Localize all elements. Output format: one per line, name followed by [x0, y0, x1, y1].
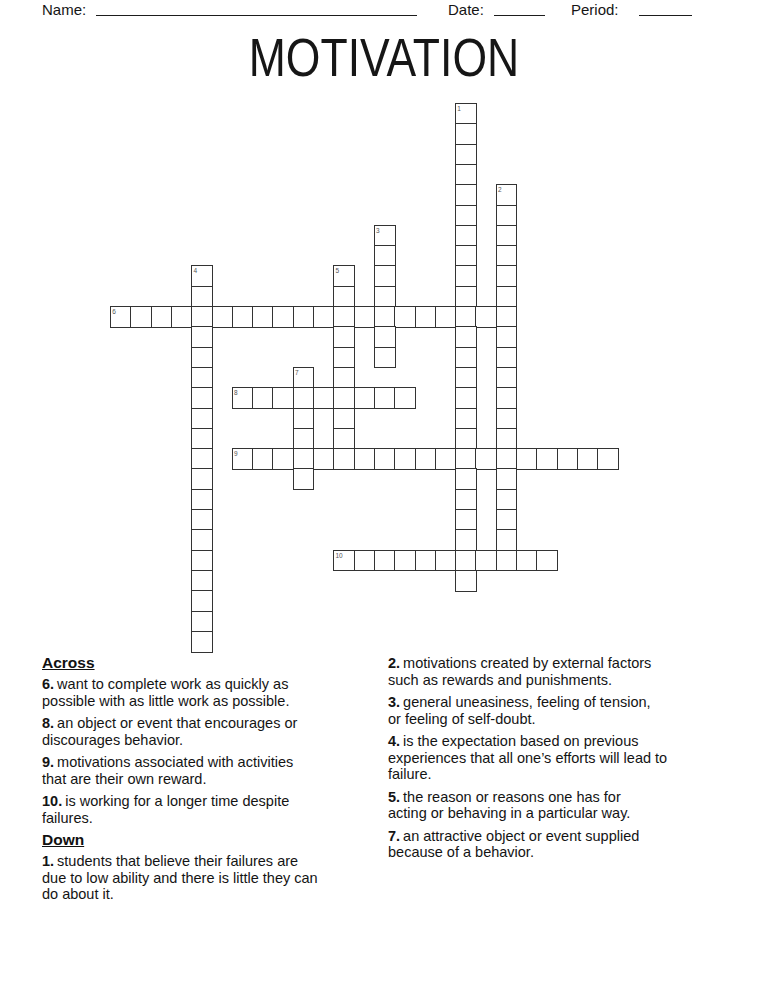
clue-number: 7.: [388, 828, 400, 844]
clue-number: 3.: [388, 694, 400, 710]
clue-across-6: 6.want to complete work as quickly as po…: [42, 676, 382, 709]
grid-cell-r13c4[interactable]: [191, 367, 213, 389]
grid-cell-r10c6[interactable]: [232, 306, 254, 328]
clue-number: 8.: [42, 715, 54, 731]
grid-cell-r17c6[interactable]: [232, 448, 254, 470]
grid-cell-r10c9[interactable]: [293, 306, 315, 328]
grid-cell-r15c17[interactable]: [455, 408, 477, 430]
grid-cell-r10c1[interactable]: [130, 306, 152, 328]
clue-text: general uneasiness, feeling of tension, …: [388, 694, 651, 727]
clue-across-8: 8.an object or event that encourages or …: [42, 715, 382, 748]
grid-cell-r17c13[interactable]: [374, 448, 396, 470]
grid-cell-r10c18[interactable]: [475, 306, 497, 328]
grid-cell-r14c4[interactable]: [191, 387, 213, 409]
grid-cell-r22c15[interactable]: [415, 550, 437, 572]
grid-cell-r18c4[interactable]: [191, 468, 213, 490]
crossword-grid: 12345678910: [110, 103, 618, 652]
clue-number: 4.: [388, 733, 400, 749]
grid-cell-r4c17[interactable]: [455, 184, 477, 206]
grid-cell-r12c13[interactable]: [374, 347, 396, 369]
grid-cell-r10c16[interactable]: [435, 306, 457, 328]
period-blank-line[interactable]: [639, 0, 692, 16]
grid-cell-r19c19[interactable]: [496, 489, 518, 511]
grid-cell-r22c13[interactable]: [374, 550, 396, 572]
grid-cell-r5c17[interactable]: [455, 205, 477, 227]
grid-cell-r7c19[interactable]: [496, 245, 518, 267]
grid-cell-r18c19[interactable]: [496, 468, 518, 490]
grid-cell-r17c24[interactable]: [597, 448, 619, 470]
grid-cell-r17c15[interactable]: [415, 448, 437, 470]
grid-cell-r22c17[interactable]: [455, 550, 477, 572]
grid-cell-r13c17[interactable]: [455, 367, 477, 389]
name-blank-line[interactable]: [96, 0, 417, 16]
grid-cell-r10c3[interactable]: [171, 306, 193, 328]
grid-cell-r10c4[interactable]: [191, 306, 213, 328]
grid-cell-r22c14[interactable]: [394, 550, 416, 572]
grid-cell-r10c19[interactable]: [496, 306, 518, 328]
grid-cell-r20c17[interactable]: [455, 509, 477, 531]
clue-text: want to complete work as quickly as poss…: [42, 676, 289, 709]
grid-cell-r16c4[interactable]: [191, 428, 213, 450]
grid-cell-r8c17[interactable]: [455, 265, 477, 287]
grid-cell-r14c7[interactable]: [252, 387, 274, 409]
grid-cell-r15c9[interactable]: [293, 408, 315, 430]
clue-down-3: 3.general uneasiness, feeling of tension…: [388, 694, 740, 727]
grid-cell-r14c14[interactable]: [394, 387, 416, 409]
grid-cell-r17c11[interactable]: [333, 448, 355, 470]
grid-cell-r22c11[interactable]: [333, 550, 355, 572]
clue-number: 9.: [42, 754, 54, 770]
grid-cell-r19c17[interactable]: [455, 489, 477, 511]
grid-cell-r14c17[interactable]: [455, 387, 477, 409]
grid-cell-r17c18[interactable]: [475, 448, 497, 470]
grid-cell-r9c17[interactable]: [455, 286, 477, 308]
grid-cell-r9c11[interactable]: [333, 286, 355, 308]
clue-text: an object or event that encourages or di…: [42, 715, 297, 748]
grid-cell-r10c0[interactable]: [110, 306, 132, 328]
clues-left-column: Across 6.want to complete work as quickl…: [42, 655, 382, 909]
grid-cell-r10c5[interactable]: [212, 306, 234, 328]
grid-cell-r22c12[interactable]: [354, 550, 376, 572]
grid-cell-r1c17[interactable]: [455, 123, 477, 145]
clues-section: Across 6.want to complete work as quickl…: [42, 655, 742, 909]
grid-cell-r12c4[interactable]: [191, 347, 213, 369]
clue-number: 5.: [388, 789, 400, 805]
grid-cell-r10c17[interactable]: [455, 306, 477, 328]
clues-right-column: 2.motivations created by external factor…: [388, 655, 740, 909]
grid-cell-r8c11[interactable]: [333, 265, 355, 287]
grid-cell-r10c11[interactable]: [333, 306, 355, 328]
clue-text: motivations created by external factors …: [388, 655, 651, 688]
grid-cell-r17c12[interactable]: [354, 448, 376, 470]
grid-cell-r10c13[interactable]: [374, 306, 396, 328]
grid-cell-r22c21[interactable]: [536, 550, 558, 572]
grid-cell-r22c4[interactable]: [191, 550, 213, 572]
grid-cell-r12c11[interactable]: [333, 347, 355, 369]
grid-cell-r10c14[interactable]: [394, 306, 416, 328]
grid-cell-r23c4[interactable]: [191, 570, 213, 592]
grid-cell-r15c19[interactable]: [496, 408, 518, 430]
grid-cell-r16c11[interactable]: [333, 428, 355, 450]
grid-cell-r10c2[interactable]: [151, 306, 173, 328]
grid-cell-r17c21[interactable]: [536, 448, 558, 470]
grid-cell-r17c19[interactable]: [496, 448, 518, 470]
grid-cell-r16c17[interactable]: [455, 428, 477, 450]
clue-text: motivations associated with activities t…: [42, 754, 293, 787]
grid-cell-r14c6[interactable]: [232, 387, 254, 409]
grid-cell-r10c12[interactable]: [354, 306, 376, 328]
down-header: Down: [42, 832, 382, 848]
grid-cell-r11c11[interactable]: [333, 326, 355, 348]
grid-cell-r6c17[interactable]: [455, 225, 477, 247]
grid-cell-r8c13[interactable]: [374, 265, 396, 287]
grid-cell-r12c19[interactable]: [496, 347, 518, 369]
grid-cell-r14c11[interactable]: [333, 387, 355, 409]
grid-cell-r9c13[interactable]: [374, 286, 396, 308]
grid-cell-r15c11[interactable]: [333, 408, 355, 430]
grid-cell-r5c19[interactable]: [496, 205, 518, 227]
grid-cell-r21c19[interactable]: [496, 529, 518, 551]
grid-cell-r15c4[interactable]: [191, 408, 213, 430]
clue-across-10: 10.is working for a longer time despite …: [42, 793, 382, 826]
across-header: Across: [42, 655, 382, 671]
grid-cell-r14c9[interactable]: [293, 387, 315, 409]
page-title: MOTIVATION: [249, 31, 519, 84]
grid-cell-r11c19[interactable]: [496, 326, 518, 348]
grid-cell-r13c19[interactable]: [496, 367, 518, 389]
grid-cell-r11c13[interactable]: [374, 326, 396, 348]
grid-cell-r17c14[interactable]: [394, 448, 416, 470]
clue-text: is working for a longer time despite fai…: [42, 793, 289, 826]
grid-cell-r8c4[interactable]: [191, 265, 213, 287]
grid-cell-r22c19[interactable]: [496, 550, 518, 572]
grid-cell-r14c13[interactable]: [374, 387, 396, 409]
grid-cell-r17c9[interactable]: [293, 448, 315, 470]
grid-cell-r11c4[interactable]: [191, 326, 213, 348]
clue-down-7: 7.an attractive object or event supplied…: [388, 828, 740, 861]
grid-cell-r17c4[interactable]: [191, 448, 213, 470]
grid-cell-r7c17[interactable]: [455, 245, 477, 267]
grid-cell-r14c19[interactable]: [496, 387, 518, 409]
grid-cell-r9c19[interactable]: [496, 286, 518, 308]
grid-cell-r20c19[interactable]: [496, 509, 518, 531]
grid-cell-r22c16[interactable]: [435, 550, 457, 572]
grid-cell-r10c10[interactable]: [313, 306, 335, 328]
grid-cell-r20c4[interactable]: [191, 509, 213, 531]
grid-cell-r8c19[interactable]: [496, 265, 518, 287]
clue-number: 6.: [42, 676, 54, 692]
grid-cell-r16c9[interactable]: [293, 428, 315, 450]
grid-cell-r10c7[interactable]: [252, 306, 274, 328]
grid-cell-r17c20[interactable]: [516, 448, 538, 470]
title-wrap: MOTIVATION: [0, 31, 768, 84]
grid-cell-r4c19[interactable]: [496, 184, 518, 206]
grid-cell-r13c11[interactable]: [333, 367, 355, 389]
clue-down-4: 4.is the expectation based on previous e…: [388, 733, 740, 783]
clue-number: 2.: [388, 655, 400, 671]
grid-cell-r14c12[interactable]: [354, 387, 376, 409]
grid-cell-r7c13[interactable]: [374, 245, 396, 267]
grid-cell-r16c19[interactable]: [496, 428, 518, 450]
grid-cell-r2c17[interactable]: [455, 144, 477, 166]
grid-cell-r14c8[interactable]: [272, 387, 294, 409]
grid-cell-r23c17[interactable]: [455, 570, 477, 592]
grid-cell-r17c23[interactable]: [577, 448, 599, 470]
grid-cell-r13c9[interactable]: [293, 367, 315, 389]
grid-cell-r10c8[interactable]: [272, 306, 294, 328]
grid-cell-r21c4[interactable]: [191, 529, 213, 551]
date-blank-line[interactable]: [494, 0, 545, 16]
grid-cell-r6c19[interactable]: [496, 225, 518, 247]
clue-number: 1.: [42, 853, 54, 869]
grid-cell-r24c4[interactable]: [191, 590, 213, 612]
period-label: Period:: [571, 1, 619, 18]
grid-cell-r17c8[interactable]: [272, 448, 294, 470]
clue-down-2: 2.motivations created by external factor…: [388, 655, 740, 688]
grid-cell-r10c15[interactable]: [415, 306, 437, 328]
clue-down-1: 1.students that believe their failures a…: [42, 853, 382, 903]
grid-cell-r12c17[interactable]: [455, 347, 477, 369]
grid-cell-r0c17[interactable]: [455, 103, 477, 125]
grid-cell-r17c10[interactable]: [313, 448, 335, 470]
grid-cell-r26c4[interactable]: [191, 631, 213, 653]
grid-cell-r3c17[interactable]: [455, 164, 477, 186]
grid-cell-r25c4[interactable]: [191, 611, 213, 633]
clue-down-5: 5.the reason or reasons one has for acti…: [388, 789, 740, 822]
grid-cell-r22c18[interactable]: [475, 550, 497, 572]
clue-number: 10.: [42, 793, 62, 809]
grid-cell-r11c17[interactable]: [455, 326, 477, 348]
grid-cell-r17c22[interactable]: [557, 448, 579, 470]
grid-cell-r14c10[interactable]: [313, 387, 335, 409]
grid-cell-r19c4[interactable]: [191, 489, 213, 511]
name-label: Name:: [42, 1, 86, 18]
grid-cell-r18c9[interactable]: [293, 468, 315, 490]
clue-across-9: 9.motivations associated with activities…: [42, 754, 382, 787]
clue-text: is the expectation based on previous exp…: [388, 733, 667, 782]
date-label: Date:: [448, 1, 484, 18]
grid-cell-r17c7[interactable]: [252, 448, 274, 470]
clue-text: the reason or reasons one has for acting…: [388, 789, 630, 822]
crossword-worksheet-page: Name: Date: Period: MOTIVATION 123456789…: [0, 0, 768, 994]
grid-cell-r6c13[interactable]: [374, 225, 396, 247]
clue-text: an attractive object or event supplied b…: [388, 828, 639, 861]
grid-cell-r17c17[interactable]: [455, 448, 477, 470]
grid-cell-r9c4[interactable]: [191, 286, 213, 308]
grid-cell-r22c20[interactable]: [516, 550, 538, 572]
grid-cell-r18c17[interactable]: [455, 468, 477, 490]
grid-cell-r17c16[interactable]: [435, 448, 457, 470]
grid-cell-r21c17[interactable]: [455, 529, 477, 551]
clue-text: students that believe their failures are…: [42, 853, 318, 902]
